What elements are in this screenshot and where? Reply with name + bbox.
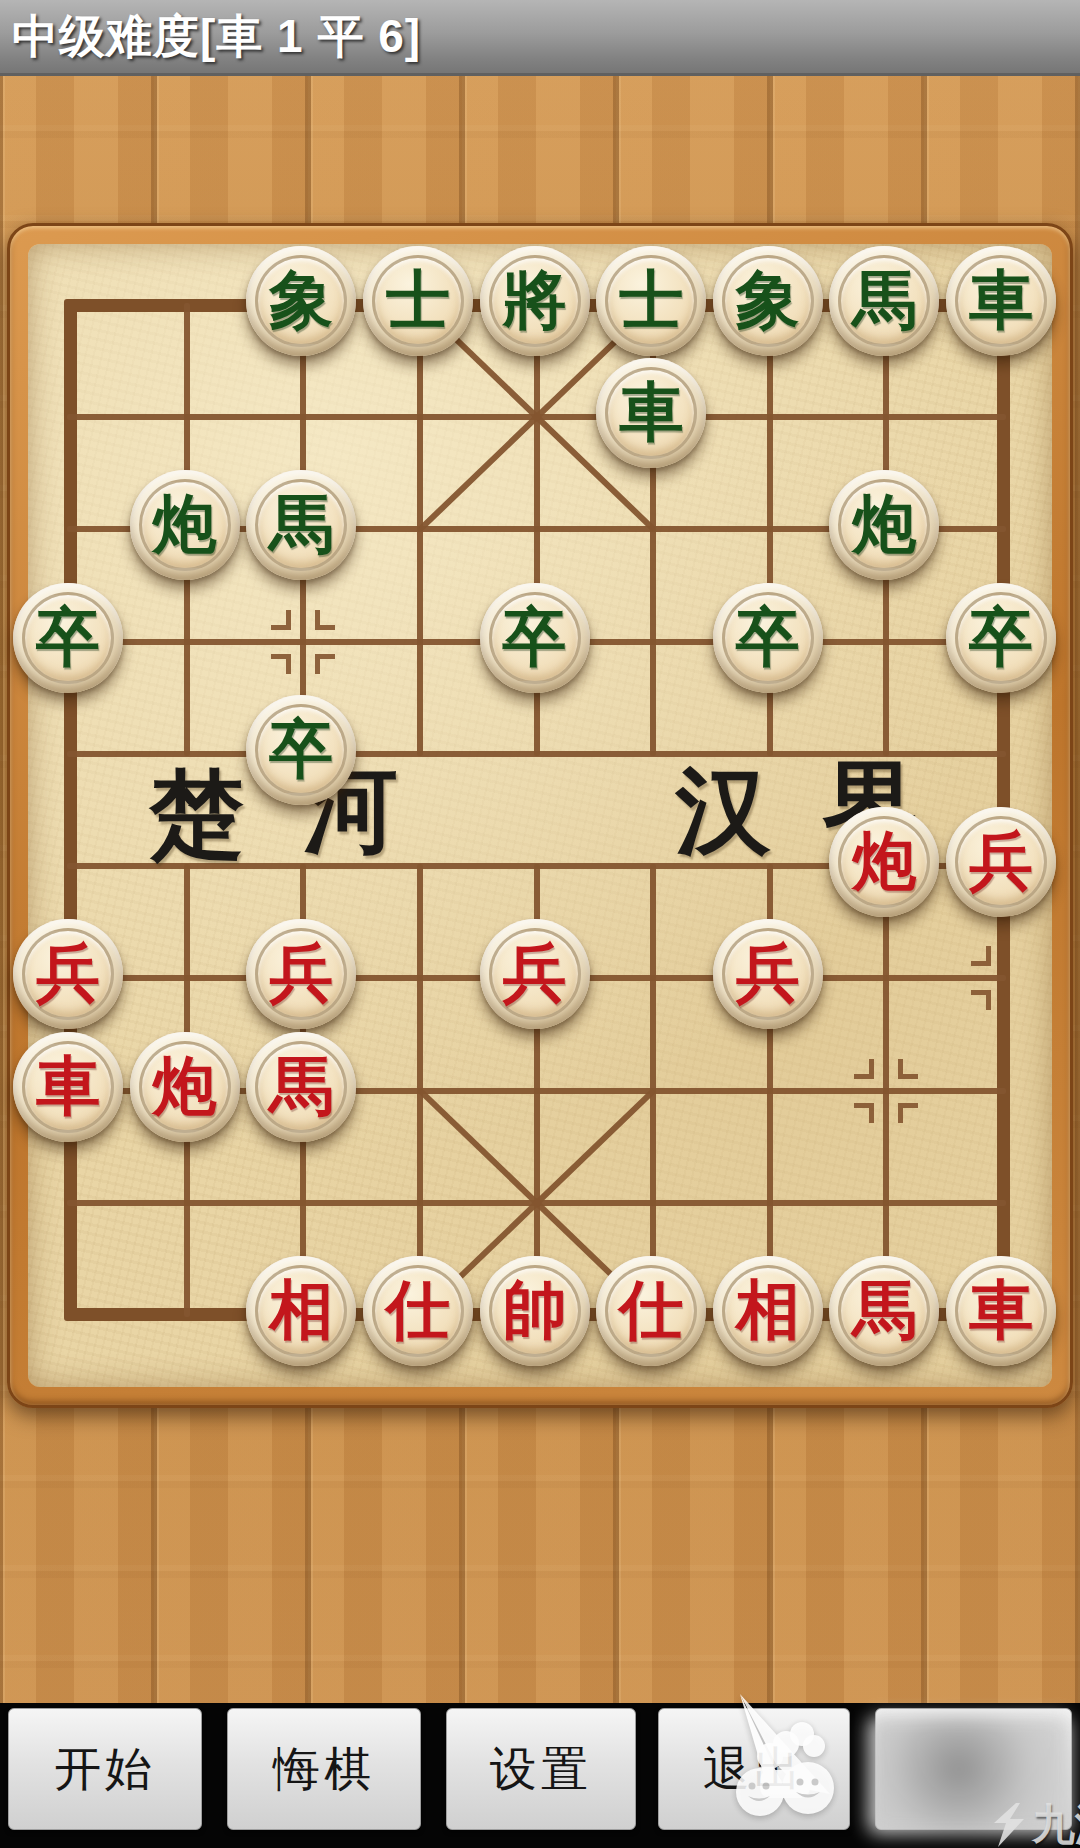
title-bar: 中级难度[車 1 平 6] [0,0,1080,76]
watermark-logo-icon [986,1801,1030,1848]
settings-button[interactable]: 设置 [446,1708,636,1830]
cursor-gamepad-icon [712,1686,852,1825]
screen: 中级难度[車 1 平 6] 楚河汉界象士將士象馬車車炮馬炮卒卒卒卒卒炮兵兵兵兵兵… [0,0,1080,1848]
undo-button[interactable]: 悔棋 [227,1708,421,1830]
board-paper [28,244,1052,1387]
xiangqi-board [7,223,1073,1408]
watermark-text: 九游 [1032,1796,1080,1848]
watermark: 九游 [986,1796,1080,1848]
page-title: 中级难度[車 1 平 6] [0,6,421,68]
start-button[interactable]: 开始 [8,1708,202,1830]
